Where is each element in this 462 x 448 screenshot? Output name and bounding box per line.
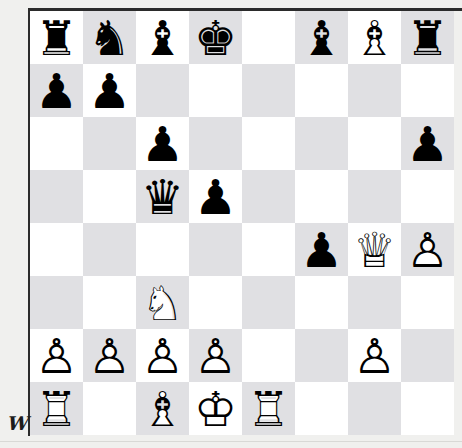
square-g2[interactable]: ♟♙	[348, 329, 401, 382]
square-g1[interactable]	[348, 382, 401, 435]
square-c3[interactable]: ♞♘	[136, 276, 189, 329]
square-f4[interactable]: ♟	[295, 223, 348, 276]
square-c4[interactable]	[136, 223, 189, 276]
white-queen[interactable]: ♛♕	[348, 223, 401, 276]
square-c1[interactable]: ♝♗	[136, 382, 189, 435]
square-g8[interactable]: ♝♗	[348, 11, 401, 64]
square-b1[interactable]	[83, 382, 136, 435]
square-a1[interactable]: ♜♖	[30, 382, 83, 435]
black-bishop[interactable]: ♝	[136, 11, 189, 64]
white-pawn[interactable]: ♟♙	[348, 329, 401, 382]
white-rook[interactable]: ♜♖	[30, 382, 83, 435]
square-a2[interactable]: ♟♙	[30, 329, 83, 382]
square-b3[interactable]	[83, 276, 136, 329]
square-g6[interactable]	[348, 117, 401, 170]
square-e2[interactable]	[242, 329, 295, 382]
white-pawn[interactable]: ♟♙	[136, 329, 189, 382]
chess-diagram-page: ♜♞♝♚♝♝♗♜♟♟♟♟♛♟♟♛♕♟♙♞♘♟♙♟♙♟♙♟♙♟♙♜♖♝♗♚♔♜♖ …	[0, 0, 462, 448]
square-g3[interactable]	[348, 276, 401, 329]
square-d5[interactable]: ♟	[189, 170, 242, 223]
white-pawn[interactable]: ♟♙	[30, 329, 83, 382]
white-pawn[interactable]: ♟♙	[189, 329, 242, 382]
black-pawn[interactable]: ♟	[136, 117, 189, 170]
square-e5[interactable]	[242, 170, 295, 223]
square-b5[interactable]	[83, 170, 136, 223]
square-a4[interactable]	[30, 223, 83, 276]
black-bishop[interactable]: ♝	[295, 11, 348, 64]
square-g7[interactable]	[348, 64, 401, 117]
black-knight[interactable]: ♞	[83, 11, 136, 64]
black-rook-icon: ♜	[30, 11, 83, 64]
black-pawn[interactable]: ♟	[83, 64, 136, 117]
black-pawn-icon: ♟	[136, 117, 189, 170]
square-f5[interactable]	[295, 170, 348, 223]
square-f7[interactable]	[295, 64, 348, 117]
white-rook-icon: ♖	[242, 382, 295, 435]
square-e1[interactable]: ♜♖	[242, 382, 295, 435]
square-a8[interactable]: ♜	[30, 11, 83, 64]
square-e3[interactable]	[242, 276, 295, 329]
square-g4[interactable]: ♛♕	[348, 223, 401, 276]
square-c7[interactable]	[136, 64, 189, 117]
white-king[interactable]: ♚♔	[189, 382, 242, 435]
square-d6[interactable]	[189, 117, 242, 170]
white-pawn-icon: ♙	[401, 223, 454, 276]
white-rook-icon: ♖	[30, 382, 83, 435]
black-pawn[interactable]: ♟	[401, 117, 454, 170]
white-knight-icon: ♘	[136, 276, 189, 329]
black-pawn-icon: ♟	[30, 64, 83, 117]
square-c5[interactable]: ♛	[136, 170, 189, 223]
black-queen[interactable]: ♛	[136, 170, 189, 223]
side-to-move-label: W	[6, 411, 28, 435]
white-pawn-icon: ♙	[83, 329, 136, 382]
white-knight[interactable]: ♞♘	[136, 276, 189, 329]
square-h7[interactable]	[401, 64, 454, 117]
square-h4[interactable]: ♟♙	[401, 223, 454, 276]
square-f8[interactable]: ♝	[295, 11, 348, 64]
chess-board: ♜♞♝♚♝♝♗♜♟♟♟♟♛♟♟♛♕♟♙♞♘♟♙♟♙♟♙♟♙♟♙♜♖♝♗♚♔♜♖	[30, 11, 454, 435]
square-g5[interactable]	[348, 170, 401, 223]
square-f3[interactable]	[295, 276, 348, 329]
square-d3[interactable]	[189, 276, 242, 329]
black-queen-icon: ♛	[136, 170, 189, 223]
square-d4[interactable]	[189, 223, 242, 276]
square-a7[interactable]: ♟	[30, 64, 83, 117]
square-c2[interactable]: ♟♙	[136, 329, 189, 382]
square-d7[interactable]	[189, 64, 242, 117]
square-d2[interactable]: ♟♙	[189, 329, 242, 382]
black-pawn[interactable]: ♟	[295, 223, 348, 276]
square-h6[interactable]: ♟	[401, 117, 454, 170]
black-rook[interactable]: ♜	[30, 11, 83, 64]
black-king-icon: ♚	[189, 11, 242, 64]
square-a6[interactable]	[30, 117, 83, 170]
square-a5[interactable]	[30, 170, 83, 223]
white-bishop[interactable]: ♝♗	[348, 11, 401, 64]
square-f1[interactable]	[295, 382, 348, 435]
square-e6[interactable]	[242, 117, 295, 170]
square-e7[interactable]	[242, 64, 295, 117]
page-bottom-edge	[0, 441, 462, 442]
square-b8[interactable]: ♞	[83, 11, 136, 64]
black-bishop-icon: ♝	[295, 11, 348, 64]
white-pawn[interactable]: ♟♙	[83, 329, 136, 382]
black-bishop-icon: ♝	[136, 11, 189, 64]
black-pawn-icon: ♟	[189, 170, 242, 223]
white-bishop[interactable]: ♝♗	[136, 382, 189, 435]
white-pawn-icon: ♙	[136, 329, 189, 382]
square-b2[interactable]: ♟♙	[83, 329, 136, 382]
white-pawn-icon: ♙	[348, 329, 401, 382]
square-b4[interactable]	[83, 223, 136, 276]
black-rook-icon: ♜	[401, 11, 454, 64]
square-d8[interactable]: ♚	[189, 11, 242, 64]
square-f6[interactable]	[295, 117, 348, 170]
square-a3[interactable]	[30, 276, 83, 329]
square-b6[interactable]	[83, 117, 136, 170]
square-e4[interactable]	[242, 223, 295, 276]
white-pawn-icon: ♙	[189, 329, 242, 382]
square-c6[interactable]: ♟	[136, 117, 189, 170]
black-pawn[interactable]: ♟	[30, 64, 83, 117]
square-h3[interactable]	[401, 276, 454, 329]
black-pawn-icon: ♟	[295, 223, 348, 276]
square-h5[interactable]	[401, 170, 454, 223]
white-bishop-icon: ♗	[136, 382, 189, 435]
black-rook[interactable]: ♜	[401, 11, 454, 64]
black-pawn-icon: ♟	[83, 64, 136, 117]
square-c8[interactable]: ♝	[136, 11, 189, 64]
black-pawn-icon: ♟	[401, 117, 454, 170]
black-king[interactable]: ♚	[189, 11, 242, 64]
white-pawn[interactable]: ♟♙	[401, 223, 454, 276]
white-king-icon: ♔	[189, 382, 242, 435]
white-pawn-icon: ♙	[30, 329, 83, 382]
black-knight-icon: ♞	[83, 11, 136, 64]
square-h1[interactable]	[401, 382, 454, 435]
square-b7[interactable]: ♟	[83, 64, 136, 117]
white-bishop-icon: ♗	[348, 11, 401, 64]
square-h2[interactable]	[401, 329, 454, 382]
square-f2[interactable]	[295, 329, 348, 382]
square-h8[interactable]: ♜	[401, 11, 454, 64]
square-e8[interactable]	[242, 11, 295, 64]
white-rook[interactable]: ♜♖	[242, 382, 295, 435]
black-pawn[interactable]: ♟	[189, 170, 242, 223]
square-d1[interactable]: ♚♔	[189, 382, 242, 435]
white-queen-icon: ♕	[348, 223, 401, 276]
